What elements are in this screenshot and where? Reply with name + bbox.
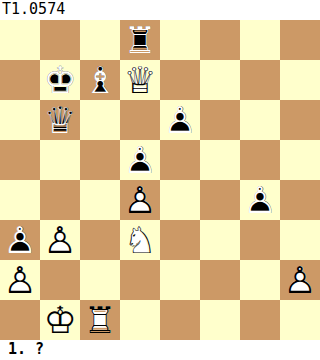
square-c5[interactable]	[80, 140, 120, 180]
square-d1[interactable]	[120, 300, 160, 340]
square-f4[interactable]	[200, 180, 240, 220]
white-king: ♚♔	[40, 300, 80, 340]
square-g7[interactable]	[240, 60, 280, 100]
white-pawn-outline: ♙	[120, 180, 160, 220]
square-f2[interactable]	[200, 260, 240, 300]
square-b5[interactable]	[40, 140, 80, 180]
white-pawn-outline: ♙	[40, 220, 80, 260]
square-e6[interactable]: ♟♙	[160, 100, 200, 140]
move-prompt: 1. ?	[0, 340, 320, 360]
black-pawn: ♟♙	[120, 140, 160, 180]
square-h7[interactable]	[280, 60, 320, 100]
square-e5[interactable]	[160, 140, 200, 180]
square-c7[interactable]: ♝♗	[80, 60, 120, 100]
square-h1[interactable]	[280, 300, 320, 340]
square-g3[interactable]	[240, 220, 280, 260]
chess-board: ♜♖♚♔♝♗♛♕♛♕♟♙♟♙♟♙♟♙♟♙♟♙♞♘♟♙♟♙♚♔♜♖	[0, 20, 320, 340]
square-e3[interactable]	[160, 220, 200, 260]
square-c4[interactable]	[80, 180, 120, 220]
square-e7[interactable]	[160, 60, 200, 100]
square-h3[interactable]	[280, 220, 320, 260]
white-king-outline: ♔	[40, 300, 80, 340]
black-pawn-outline: ♙	[120, 140, 160, 180]
square-f8[interactable]	[200, 20, 240, 60]
square-d8[interactable]: ♜♖	[120, 20, 160, 60]
square-a4[interactable]	[0, 180, 40, 220]
square-b1[interactable]: ♚♔	[40, 300, 80, 340]
square-c1[interactable]: ♜♖	[80, 300, 120, 340]
white-queen-outline: ♕	[120, 60, 160, 100]
white-pawn: ♟♙	[40, 220, 80, 260]
square-b3[interactable]: ♟♙	[40, 220, 80, 260]
square-h4[interactable]	[280, 180, 320, 220]
square-b7[interactable]: ♚♔	[40, 60, 80, 100]
square-g2[interactable]	[240, 260, 280, 300]
square-a2[interactable]: ♟♙	[0, 260, 40, 300]
square-a1[interactable]	[0, 300, 40, 340]
square-g1[interactable]	[240, 300, 280, 340]
black-pawn-outline: ♙	[0, 220, 40, 260]
square-d3[interactable]: ♞♘	[120, 220, 160, 260]
white-queen: ♛♕	[120, 60, 160, 100]
white-pawn: ♟♙	[120, 180, 160, 220]
square-d7[interactable]: ♛♕	[120, 60, 160, 100]
square-f5[interactable]	[200, 140, 240, 180]
square-b4[interactable]	[40, 180, 80, 220]
square-a3[interactable]: ♟♙	[0, 220, 40, 260]
square-g8[interactable]	[240, 20, 280, 60]
square-e4[interactable]	[160, 180, 200, 220]
black-king-outline: ♔	[40, 60, 80, 100]
white-pawn: ♟♙	[280, 260, 320, 300]
square-h2[interactable]: ♟♙	[280, 260, 320, 300]
square-d5[interactable]: ♟♙	[120, 140, 160, 180]
black-bishop: ♝♗	[80, 60, 120, 100]
square-e1[interactable]	[160, 300, 200, 340]
white-knight: ♞♘	[120, 220, 160, 260]
black-pawn-outline: ♙	[240, 180, 280, 220]
square-c2[interactable]	[80, 260, 120, 300]
black-pawn: ♟♙	[0, 220, 40, 260]
black-king: ♚♔	[40, 60, 80, 100]
black-rook-outline: ♖	[120, 20, 160, 60]
black-pawn-outline: ♙	[160, 100, 200, 140]
square-f3[interactable]	[200, 220, 240, 260]
square-d6[interactable]	[120, 100, 160, 140]
white-pawn: ♟♙	[0, 260, 40, 300]
white-knight-outline: ♘	[120, 220, 160, 260]
square-g4[interactable]: ♟♙	[240, 180, 280, 220]
square-d4[interactable]: ♟♙	[120, 180, 160, 220]
square-a6[interactable]	[0, 100, 40, 140]
black-queen-outline: ♕	[40, 100, 80, 140]
square-c6[interactable]	[80, 100, 120, 140]
white-rook: ♜♖	[80, 300, 120, 340]
square-f6[interactable]	[200, 100, 240, 140]
black-bishop-outline: ♗	[80, 60, 120, 100]
square-b8[interactable]	[40, 20, 80, 60]
square-h8[interactable]	[280, 20, 320, 60]
black-pawn: ♟♙	[240, 180, 280, 220]
square-a7[interactable]	[0, 60, 40, 100]
white-rook-outline: ♖	[80, 300, 120, 340]
puzzle-title: T1.0574	[0, 0, 320, 20]
square-f7[interactable]	[200, 60, 240, 100]
square-e2[interactable]	[160, 260, 200, 300]
square-c8[interactable]	[80, 20, 120, 60]
black-queen: ♛♕	[40, 100, 80, 140]
square-a8[interactable]	[0, 20, 40, 60]
white-pawn-outline: ♙	[0, 260, 40, 300]
square-g5[interactable]	[240, 140, 280, 180]
square-d2[interactable]	[120, 260, 160, 300]
square-f1[interactable]	[200, 300, 240, 340]
square-b2[interactable]	[40, 260, 80, 300]
square-e8[interactable]	[160, 20, 200, 60]
square-h6[interactable]	[280, 100, 320, 140]
square-g6[interactable]	[240, 100, 280, 140]
white-pawn-outline: ♙	[280, 260, 320, 300]
square-c3[interactable]	[80, 220, 120, 260]
square-a5[interactable]	[0, 140, 40, 180]
square-h5[interactable]	[280, 140, 320, 180]
square-b6[interactable]: ♛♕	[40, 100, 80, 140]
black-rook: ♜♖	[120, 20, 160, 60]
black-pawn: ♟♙	[160, 100, 200, 140]
